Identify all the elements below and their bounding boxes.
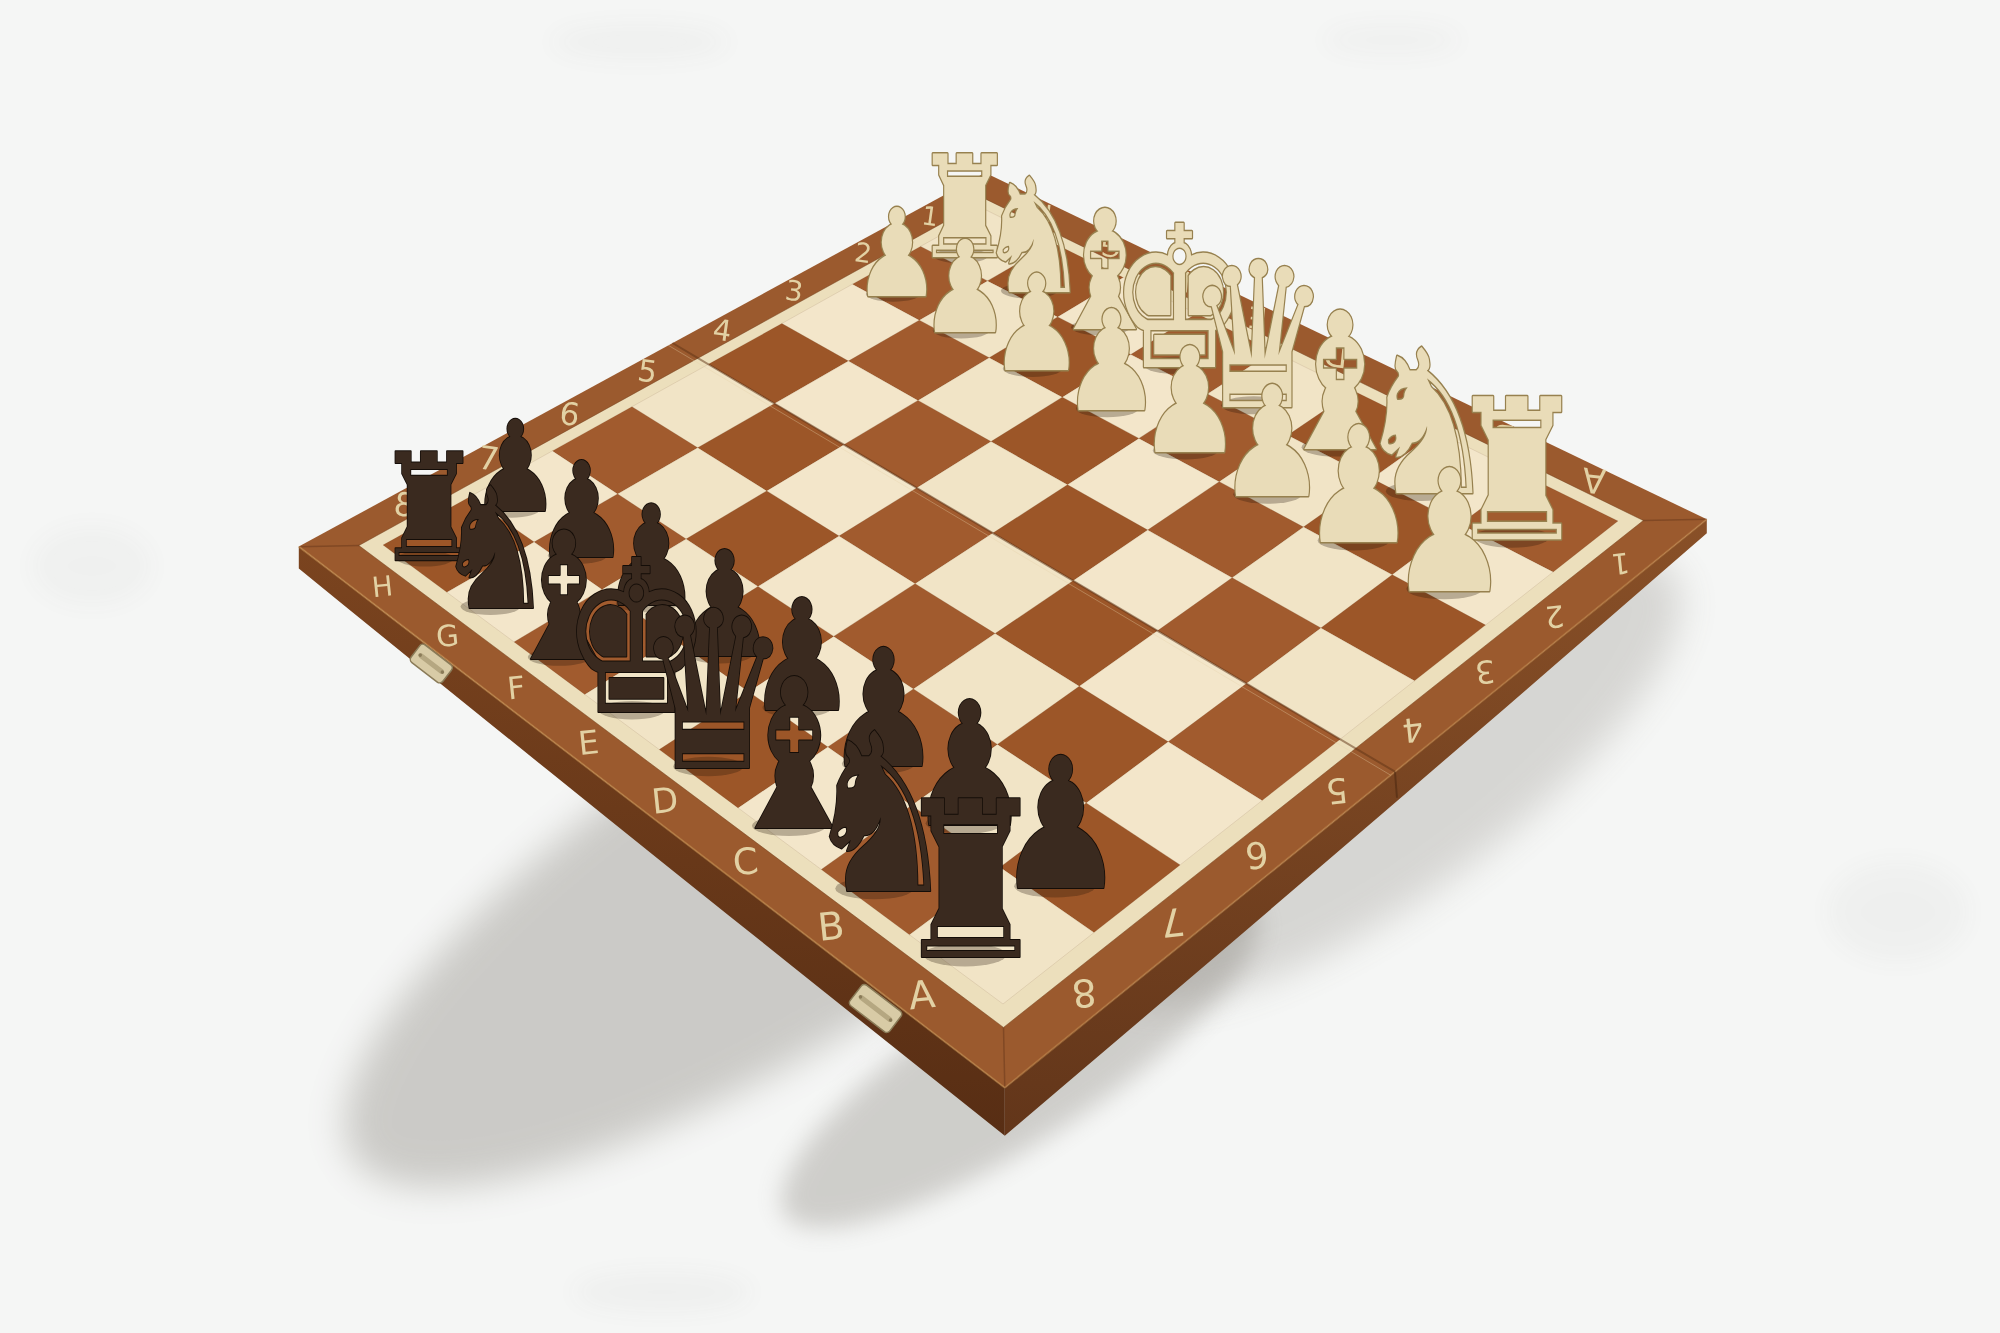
background-smudge [572, 1272, 752, 1312]
coordinate-label-rank-far-4: 4 [1400, 709, 1425, 750]
piece-black-rook-a8: ♜ [893, 755, 1049, 1008]
background-smudge [1828, 862, 1968, 962]
coordinate-label-rank-far-6: 6 [1243, 832, 1271, 877]
coordinate-label-rank-far-2: 2 [1543, 598, 1566, 635]
chess-board: 12345678HGFEDCBAHGFEDCBA12345678♜♞♟♝♟♚♟♛… [0, 0, 2000, 1333]
coordinate-label-rank-far-1: 1 [1610, 546, 1632, 582]
background-smudge [32, 526, 152, 606]
background-smudge [1322, 24, 1462, 56]
coordinate-label-rank-far-3: 3 [1473, 653, 1497, 691]
piece-white-pawn-a2: ♟ [1389, 434, 1510, 631]
photo-scene: 12345678HGFEDCBAHGFEDCBA12345678♜♞♟♝♟♚♟♛… [0, 0, 2000, 1333]
coordinate-label-rank-far-5: 5 [1324, 770, 1350, 812]
background-smudge [550, 24, 730, 60]
coordinate-label-rank-far-8: 8 [1070, 969, 1099, 1016]
coordinate-label-rank-far-7: 7 [1158, 899, 1187, 946]
